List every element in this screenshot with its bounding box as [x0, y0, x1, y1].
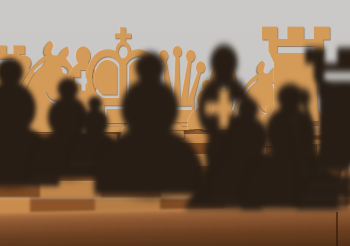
chess-set-photo: ♜♟♞♝♚♟♟♛♟♝♟♞♟♜♟♟♟♟♝♟♟♛♜	[0, 0, 350, 246]
dark-rook: ♜	[280, 24, 350, 226]
